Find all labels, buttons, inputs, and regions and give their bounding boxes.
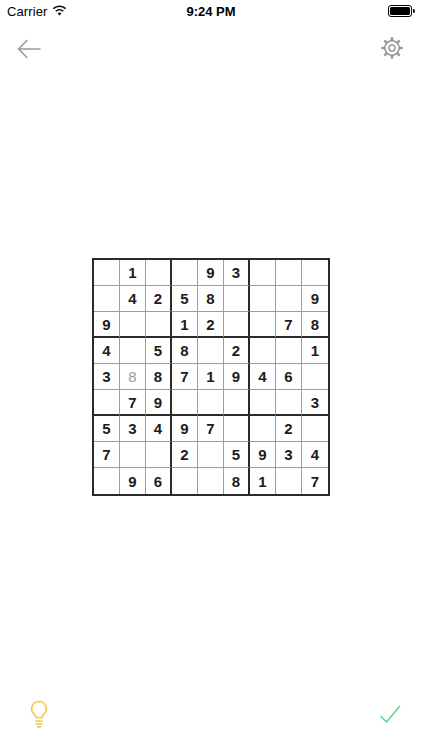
sudoku-cell-r3c8[interactable]: 7 <box>276 312 302 338</box>
sudoku-cell-r7c4[interactable]: 9 <box>172 416 198 442</box>
sudoku-cell-r3c7[interactable] <box>250 312 276 338</box>
sudoku-cell-r5c6[interactable]: 9 <box>224 364 250 390</box>
sudoku-cell-r7c7[interactable] <box>250 416 276 442</box>
sudoku-cell-r4c6[interactable]: 2 <box>224 338 250 364</box>
sudoku-cell-r2c3[interactable]: 2 <box>146 286 172 312</box>
sudoku-cell-r5c4[interactable]: 7 <box>172 364 198 390</box>
sudoku-cell-r5c3[interactable]: 8 <box>146 364 172 390</box>
sudoku-cell-r2c9[interactable]: 9 <box>302 286 328 312</box>
nav-bar <box>0 32 422 66</box>
sudoku-cell-r5c7[interactable]: 4 <box>250 364 276 390</box>
sudoku-cell-r8c7[interactable]: 9 <box>250 442 276 468</box>
sudoku-cell-r2c6[interactable] <box>224 286 250 312</box>
lightbulb-icon <box>26 698 56 730</box>
sudoku-cell-r9c3[interactable]: 6 <box>146 468 172 494</box>
sudoku-cell-r2c7[interactable] <box>250 286 276 312</box>
sudoku-cell-r1c7[interactable] <box>250 260 276 286</box>
sudoku-cell-r5c8[interactable]: 6 <box>276 364 302 390</box>
sudoku-cell-r4c3[interactable]: 5 <box>146 338 172 364</box>
sudoku-cell-r9c4[interactable] <box>172 468 198 494</box>
sudoku-cell-r4c4[interactable]: 8 <box>172 338 198 364</box>
sudoku-cell-r9c1[interactable] <box>94 468 120 494</box>
sudoku-cell-r1c1[interactable] <box>94 260 120 286</box>
sudoku-cell-r1c4[interactable] <box>172 260 198 286</box>
sudoku-cell-r6c4[interactable] <box>172 390 198 416</box>
sudoku-cell-r3c9[interactable]: 8 <box>302 312 328 338</box>
sudoku-cell-r4c9[interactable]: 1 <box>302 338 328 364</box>
sudoku-app-screen: { "game": "sudoku", "position": ".1..93.… <box>0 0 422 750</box>
sudoku-cell-r9c9[interactable]: 7 <box>302 468 328 494</box>
sudoku-cell-r8c5[interactable] <box>198 442 224 468</box>
sudoku-cell-r7c5[interactable]: 7 <box>198 416 224 442</box>
sudoku-cell-r5c9[interactable] <box>302 364 328 390</box>
sudoku-cell-r2c8[interactable] <box>276 286 302 312</box>
clock-label: 9:24 PM <box>0 4 422 19</box>
sudoku-cell-r4c2[interactable] <box>120 338 146 364</box>
sudoku-cell-r8c9[interactable]: 4 <box>302 442 328 468</box>
sudoku-cell-r1c5[interactable]: 9 <box>198 260 224 286</box>
sudoku-cell-r7c1[interactable]: 5 <box>94 416 120 442</box>
sudoku-cell-r4c5[interactable] <box>198 338 224 364</box>
sudoku-cell-r8c6[interactable]: 5 <box>224 442 250 468</box>
back-button[interactable] <box>14 34 44 64</box>
back-arrow-icon <box>14 34 44 64</box>
sudoku-cell-r9c7[interactable]: 1 <box>250 468 276 494</box>
sudoku-cell-r6c8[interactable] <box>276 390 302 416</box>
sudoku-cell-r6c9[interactable]: 3 <box>302 390 328 416</box>
sudoku-cell-r6c1[interactable] <box>94 390 120 416</box>
sudoku-cell-r6c6[interactable] <box>224 390 250 416</box>
sudoku-cell-r2c2[interactable]: 4 <box>120 286 146 312</box>
sudoku-cell-r8c1[interactable]: 7 <box>94 442 120 468</box>
sudoku-cell-r6c3[interactable]: 9 <box>146 390 172 416</box>
sudoku-cell-r3c6[interactable] <box>224 312 250 338</box>
sudoku-cell-r7c9[interactable] <box>302 416 328 442</box>
sudoku-cell-r6c2[interactable]: 7 <box>120 390 146 416</box>
sudoku-cell-r8c3[interactable] <box>146 442 172 468</box>
sudoku-cell-r6c5[interactable] <box>198 390 224 416</box>
sudoku-cell-r1c2[interactable]: 1 <box>120 260 146 286</box>
sudoku-cell-r5c5[interactable]: 1 <box>198 364 224 390</box>
sudoku-cell-r9c8[interactable] <box>276 468 302 494</box>
sudoku-cell-r7c6[interactable] <box>224 416 250 442</box>
sudoku-cell-r1c8[interactable] <box>276 260 302 286</box>
sudoku-cell-r8c4[interactable]: 2 <box>172 442 198 468</box>
sudoku-cell-r2c4[interactable]: 5 <box>172 286 198 312</box>
sudoku-cell-r2c1[interactable] <box>94 286 120 312</box>
sudoku-cell-r1c9[interactable] <box>302 260 328 286</box>
sudoku-cell-r7c3[interactable]: 4 <box>146 416 172 442</box>
sudoku-cell-r1c3[interactable] <box>146 260 172 286</box>
bottom-action-bar <box>0 698 422 730</box>
sudoku-board: 1934258991278458213887194679353497272593… <box>92 258 330 496</box>
sudoku-cell-r4c8[interactable] <box>276 338 302 364</box>
sudoku-cell-r4c7[interactable] <box>250 338 276 364</box>
hint-button[interactable] <box>26 698 56 730</box>
sudoku-cell-r3c1[interactable]: 9 <box>94 312 120 338</box>
sudoku-cell-r4c1[interactable]: 4 <box>94 338 120 364</box>
sudoku-cell-r3c2[interactable] <box>120 312 146 338</box>
sudoku-cell-r1c6[interactable]: 3 <box>224 260 250 286</box>
sudoku-cell-r5c1[interactable]: 3 <box>94 364 120 390</box>
sudoku-cell-r9c2[interactable]: 9 <box>120 468 146 494</box>
sudoku-cell-r9c5[interactable] <box>198 468 224 494</box>
sudoku-cell-r8c2[interactable] <box>120 442 146 468</box>
status-bar: Carrier 9:24 PM <box>0 0 422 22</box>
sudoku-cell-r7c8[interactable]: 2 <box>276 416 302 442</box>
sudoku-cell-r7c2[interactable]: 3 <box>120 416 146 442</box>
sudoku-cell-r3c5[interactable]: 2 <box>198 312 224 338</box>
sudoku-cell-r8c8[interactable]: 3 <box>276 442 302 468</box>
sudoku-grid: 1934258991278458213887194679353497272593… <box>92 258 330 496</box>
sudoku-cell-r5c2[interactable]: 8 <box>120 364 146 390</box>
sudoku-cell-r2c5[interactable]: 8 <box>198 286 224 312</box>
sudoku-cell-r3c3[interactable] <box>146 312 172 338</box>
check-solution-button[interactable] <box>376 700 404 728</box>
sudoku-cell-r6c7[interactable] <box>250 390 276 416</box>
gear-icon <box>378 34 408 62</box>
checkmark-icon <box>376 700 404 728</box>
sudoku-cell-r3c4[interactable]: 1 <box>172 312 198 338</box>
settings-button[interactable] <box>378 34 408 64</box>
sudoku-cell-r9c6[interactable]: 8 <box>224 468 250 494</box>
